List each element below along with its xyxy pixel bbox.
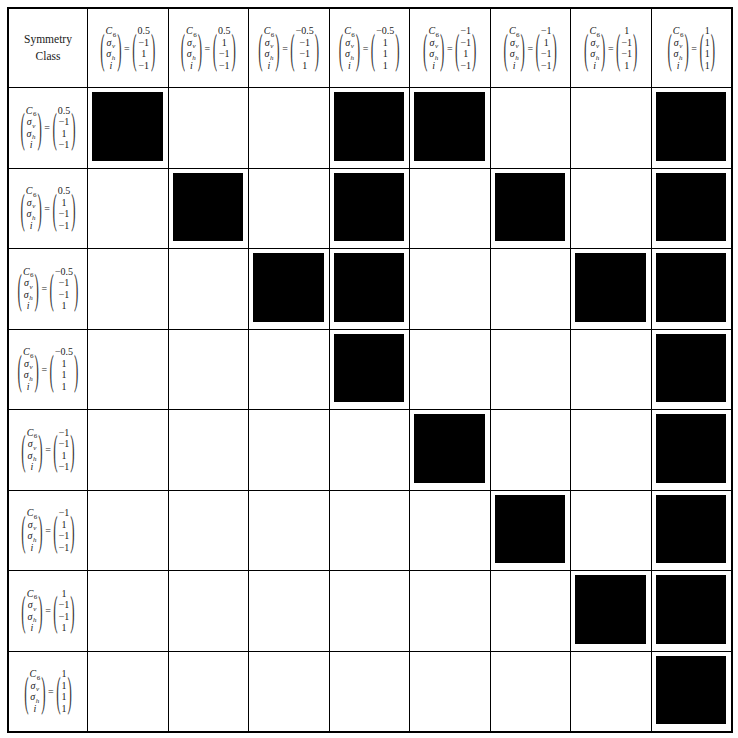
character-value: 1 [62, 128, 67, 140]
vector-equation: ( C6σvσhi ) = ( −0.5−1−11 ) [18, 266, 79, 312]
matrix-cell-r2-c2 [169, 169, 249, 249]
character-value: 1 [705, 37, 710, 49]
character-value: 1 [544, 37, 549, 49]
matrix-cell-r7-c7 [571, 571, 651, 651]
matrix-cell-r2-c8 [652, 169, 732, 249]
character-values-vector: −1−11−1 [59, 427, 70, 473]
equals-sign: = [41, 364, 47, 375]
operation-label: σh [265, 48, 274, 60]
close-paren-icon: ) [38, 590, 42, 632]
operation-label: σh [187, 48, 196, 60]
matrix-cell-r3-c2 [169, 249, 249, 329]
character-value: −1 [59, 599, 70, 611]
column-header-8: ( C6σvσhi ) = ( 1111 ) [652, 9, 732, 87]
close-paren-icon: ) [315, 27, 319, 69]
close-paren-icon: ) [71, 107, 75, 149]
corner-title-line2: Class [36, 48, 61, 65]
operation-label: σv [24, 358, 33, 370]
operation-label: σv [28, 599, 37, 611]
operation-label: C6 [26, 105, 37, 117]
close-paren-icon: ) [117, 27, 121, 69]
open-paren-icon: ( [21, 429, 25, 471]
open-paren-icon: ( [53, 509, 57, 551]
operation-label: σh [27, 208, 36, 220]
close-paren-icon: ) [440, 27, 444, 69]
open-paren-icon: ( [53, 429, 57, 471]
operation-label: C6 [23, 266, 34, 278]
operation-labels-vector: C6σvσhi [264, 25, 275, 71]
character-value: −1 [59, 530, 70, 542]
operation-labels-vector: C6σvσhi [186, 25, 197, 71]
operation-label: σh [27, 128, 36, 140]
matrix-cell-r1-c4 [330, 88, 410, 168]
operation-label: σh [674, 48, 683, 60]
operation-label: C6 [27, 588, 38, 600]
row-header-5: ( C6σvσhi ) = ( −1−11−1 ) [9, 410, 87, 490]
vector-equation: ( C6σvσhi ) = ( 1111 ) [667, 25, 715, 71]
matrix-cell-r8-c7 [571, 652, 651, 732]
character-value: 1 [705, 25, 710, 37]
operation-label: σv [429, 37, 438, 49]
operation-label-subscript: h [679, 54, 683, 62]
filled-black-square [656, 656, 727, 725]
matrix-cell-r7-c3 [249, 571, 329, 651]
close-paren-icon: ) [35, 268, 39, 310]
character-value: −0.5 [296, 25, 314, 37]
operation-label: i [30, 220, 33, 232]
matrix-cell-r4-c8 [652, 330, 732, 410]
row-header-1: ( C6σvσhi ) = ( 0.5−11−1 ) [9, 88, 87, 168]
equals-sign: = [124, 43, 130, 54]
matrix-cell-r6-c4 [330, 491, 410, 571]
character-value: −1 [59, 461, 70, 473]
close-paren-icon: ) [74, 348, 78, 390]
filled-black-square [173, 173, 244, 242]
operation-labels-vector: C6σvσhi [106, 25, 117, 71]
operation-label: i [432, 60, 435, 72]
character-value: −1 [59, 139, 70, 151]
operation-label: σh [28, 450, 37, 462]
equals-sign: = [691, 43, 697, 54]
matrix-cell-r5-c1 [88, 410, 168, 490]
column-header-2: ( C6σvσhi ) = ( 0.51−1−1 ) [169, 9, 249, 87]
operation-label: i [31, 622, 34, 634]
operation-label: σh [429, 48, 438, 60]
equals-sign: = [48, 686, 54, 697]
vector-equation: ( C6σvσhi ) = ( −0.5111 ) [18, 346, 79, 392]
matrix-cell-r2-c4 [330, 169, 410, 249]
character-value: 1 [222, 37, 227, 49]
row-header-2: ( C6σvσhi ) = ( 0.51−1−1 ) [9, 169, 87, 249]
matrix-cell-r4-c3 [249, 330, 329, 410]
matrix-cell-r6-c8 [652, 491, 732, 571]
operation-label-subscript: h [112, 54, 116, 62]
open-paren-icon: ( [667, 27, 671, 69]
matrix-cell-r3-c4 [330, 249, 410, 329]
open-paren-icon: ( [21, 509, 25, 551]
operation-label: σh [590, 48, 599, 60]
close-paren-icon: ) [275, 27, 279, 69]
operation-labels-vector: C6σvσhi [27, 427, 38, 473]
operation-label-subscript: h [596, 54, 600, 62]
close-paren-icon: ) [521, 27, 525, 69]
character-value: 1 [463, 48, 468, 60]
character-value: 1 [61, 450, 66, 462]
matrix-cell-r8-c4 [330, 652, 410, 732]
character-value: −1 [59, 208, 70, 220]
character-value: 1 [62, 703, 67, 715]
character-value: −1 [541, 48, 552, 60]
character-value: 1 [624, 60, 629, 72]
operation-label: C6 [673, 25, 684, 37]
character-value: −1 [299, 48, 310, 60]
row-header-3: ( C6σvσhi ) = ( −0.5−1−11 ) [9, 249, 87, 329]
character-value: 1 [61, 519, 66, 531]
operation-label: i [513, 60, 516, 72]
close-paren-icon: ) [71, 187, 75, 229]
character-value: 1 [383, 60, 388, 72]
operation-label-subscript: h [33, 616, 37, 624]
character-value: −1 [299, 37, 310, 49]
operation-labels-vector: C6σvσhi [428, 25, 439, 71]
matrix-cell-r6-c5 [410, 491, 490, 571]
matrix-cell-r5-c3 [249, 410, 329, 490]
row-header-4: ( C6σvσhi ) = ( −0.5111 ) [9, 330, 87, 410]
operation-labels-vector: C6σvσhi [23, 346, 34, 392]
operation-label: C6 [26, 185, 37, 197]
character-value: 1 [141, 48, 146, 60]
character-value: −1 [59, 611, 70, 623]
filled-black-square [92, 92, 163, 161]
close-paren-icon: ) [68, 670, 72, 712]
operation-label-subscript: h [36, 697, 40, 705]
filled-black-square [334, 334, 405, 403]
column-header-1: ( C6σvσhi ) = ( 0.5−11−1 ) [88, 9, 168, 87]
character-value: −1 [219, 60, 230, 72]
operation-labels-vector: C6σvσhi [673, 25, 684, 71]
character-value: 1 [61, 358, 66, 370]
open-paren-icon: ( [132, 27, 136, 69]
character-value: −1 [59, 277, 70, 289]
matrix-cell-r6-c2 [169, 491, 249, 571]
character-value: −0.5 [376, 25, 394, 37]
open-paren-icon: ( [18, 268, 22, 310]
column-header-3: ( C6σvσhi ) = ( −0.5−1−11 ) [249, 9, 329, 87]
matrix-cell-r3-c6 [491, 249, 571, 329]
operation-labels-vector: C6σvσhi [26, 185, 37, 231]
operation-label: σh [30, 691, 39, 703]
column-header-7: ( C6σvσhi ) = ( 1−1−11 ) [571, 9, 651, 87]
filled-black-square [656, 575, 727, 644]
filled-black-square [334, 173, 405, 242]
character-value: 1 [61, 588, 66, 600]
equals-sign: = [44, 122, 50, 133]
character-value: −1 [460, 25, 471, 37]
vector-equation: ( C6σvσhi ) = ( −0.5−1−11 ) [258, 25, 319, 71]
close-paren-icon: ) [74, 268, 78, 310]
matrix-cell-r3-c5 [410, 249, 490, 329]
close-paren-icon: ) [41, 670, 45, 712]
open-paren-icon: ( [20, 107, 24, 149]
vector-equation: ( C6σvσhi ) = ( −1−11−1 ) [423, 25, 476, 71]
character-value: −0.5 [55, 266, 73, 278]
corner-title-line1: Symmetry [24, 31, 72, 48]
operation-label-subscript: h [32, 214, 36, 222]
operation-label: σh [345, 48, 354, 60]
character-value: −1 [59, 427, 70, 439]
equals-sign: = [205, 43, 211, 54]
corner-header-cell: Symmetry Class [9, 9, 87, 87]
character-value: 1 [383, 48, 388, 60]
character-value: −1 [59, 289, 70, 301]
equals-sign: = [45, 605, 51, 616]
operation-labels-vector: C6σvσhi [27, 588, 38, 634]
open-paren-icon: ( [24, 670, 28, 712]
operation-label: σh [28, 530, 37, 542]
vector-equation: ( C6σvσhi ) = ( 0.51−1−1 ) [181, 25, 236, 71]
close-paren-icon: ) [711, 27, 715, 69]
column-header-6: ( C6σvσhi ) = ( −11−1−1 ) [491, 9, 571, 87]
open-paren-icon: ( [21, 590, 25, 632]
operation-label: i [27, 381, 30, 393]
open-paren-icon: ( [52, 187, 56, 229]
matrix-cell-r8-c1 [88, 652, 168, 732]
row-header-6: ( C6σvσhi ) = ( −11−1−1 ) [9, 491, 87, 571]
character-value: 1 [705, 48, 710, 60]
matrix-cell-r7-c4 [330, 571, 410, 651]
matrix-cell-r5-c7 [571, 410, 651, 490]
character-value: 1 [62, 680, 67, 692]
filled-black-square [656, 173, 727, 242]
close-paren-icon: ) [356, 27, 360, 69]
operation-label: i [348, 60, 351, 72]
close-paren-icon: ) [70, 590, 74, 632]
operation-label: C6 [23, 346, 34, 358]
character-value: 1 [302, 60, 307, 72]
vector-equation: ( C6σvσhi ) = ( 1−1−11 ) [21, 588, 74, 634]
open-paren-icon: ( [290, 27, 294, 69]
matrix-cell-r7-c1 [88, 571, 168, 651]
operation-labels-vector: C6σvσhi [30, 668, 41, 714]
close-paren-icon: ) [70, 429, 74, 471]
character-value: 1 [62, 691, 67, 703]
filled-black-square [253, 253, 324, 322]
character-values-vector: 1111 [62, 668, 67, 714]
matrix-cell-r1-c6 [491, 88, 571, 168]
equals-sign: = [41, 283, 47, 294]
character-value: 1 [705, 60, 710, 72]
operation-label: C6 [30, 668, 41, 680]
character-value: 0.5 [58, 105, 71, 117]
matrix-cell-r2-c7 [571, 169, 651, 249]
character-value: −1 [541, 25, 552, 37]
operation-label: i [593, 60, 596, 72]
matrix-cell-r3-c8 [652, 249, 732, 329]
vector-equation: ( C6σvσhi ) = ( −1−11−1 ) [21, 427, 74, 473]
equals-sign: = [447, 43, 453, 54]
matrix-cell-r7-c2 [169, 571, 249, 651]
equals-sign: = [45, 525, 51, 536]
open-paren-icon: ( [504, 27, 508, 69]
open-paren-icon: ( [53, 590, 57, 632]
character-values-vector: 1111 [705, 25, 710, 71]
close-paren-icon: ) [37, 107, 41, 149]
character-value: 1 [383, 37, 388, 49]
operation-label-subscript: h [33, 536, 37, 544]
character-value: −1 [621, 37, 632, 49]
filled-black-square [575, 575, 646, 644]
matrix-cell-r4-c5 [410, 330, 490, 410]
operation-label: C6 [428, 25, 439, 37]
character-value: 0.5 [58, 185, 71, 197]
character-values-vector: −1−11−1 [460, 25, 471, 71]
vector-equation: ( C6σvσhi ) = ( 0.5−11−1 ) [20, 105, 75, 151]
character-value: −1 [219, 48, 230, 60]
matrix-cell-r2-c6 [491, 169, 571, 249]
matrix-cell-r6-c3 [249, 491, 329, 571]
character-value: 1 [61, 381, 66, 393]
character-value: −1 [59, 438, 70, 450]
operation-label: σv [24, 277, 33, 289]
matrix-cell-r4-c2 [169, 330, 249, 410]
open-paren-icon: ( [536, 27, 540, 69]
matrix-cell-r7-c5 [410, 571, 490, 651]
character-value: −1 [59, 542, 70, 554]
operation-label: σv [28, 519, 37, 531]
operation-labels-vector: C6σvσhi [23, 266, 34, 312]
operation-label: i [31, 542, 34, 554]
character-value: −1 [138, 37, 149, 49]
operation-label: i [31, 461, 34, 473]
open-paren-icon: ( [699, 27, 703, 69]
open-paren-icon: ( [18, 348, 22, 390]
matrix-cell-r1-c5 [410, 88, 490, 168]
operation-label: σh [28, 611, 37, 623]
operation-label: σv [674, 37, 683, 49]
operation-label: C6 [589, 25, 600, 37]
character-value: 1 [62, 668, 67, 680]
filled-black-square [656, 495, 727, 564]
close-paren-icon: ) [35, 348, 39, 390]
column-header-4: ( C6σvσhi ) = ( −0.5111 ) [330, 9, 410, 87]
operation-label: C6 [27, 507, 38, 519]
operation-label: σh [24, 369, 33, 381]
matrix-cell-r4-c7 [571, 330, 651, 410]
operation-label: C6 [344, 25, 355, 37]
matrix-cell-r5-c8 [652, 410, 732, 490]
filled-black-square [575, 253, 646, 322]
filled-black-square [656, 334, 727, 403]
equals-sign: = [44, 203, 50, 214]
filled-black-square [656, 414, 727, 483]
matrix-cell-r3-c1 [88, 249, 168, 329]
character-value: −1 [59, 116, 70, 128]
filled-black-square [495, 173, 566, 242]
matrix-cell-r8-c2 [169, 652, 249, 732]
character-values-vector: 0.51−1−1 [58, 185, 71, 231]
row-header-7: ( C6σvσhi ) = ( 1−1−11 ) [9, 571, 87, 651]
filled-black-square [495, 495, 566, 564]
matrix-cell-r6-c6 [491, 491, 571, 571]
open-paren-icon: ( [56, 670, 60, 712]
open-paren-icon: ( [423, 27, 427, 69]
open-paren-icon: ( [371, 27, 375, 69]
character-values-vector: −11−1−1 [59, 507, 70, 553]
matrix-cell-r7-c6 [491, 571, 571, 651]
operation-label: C6 [509, 25, 520, 37]
column-header-5: ( C6σvσhi ) = ( −1−11−1 ) [410, 9, 490, 87]
matrix-cell-r5-c2 [169, 410, 249, 490]
matrix-cell-r1-c2 [169, 88, 249, 168]
equals-sign: = [608, 43, 614, 54]
close-paren-icon: ) [633, 27, 637, 69]
open-paren-icon: ( [616, 27, 620, 69]
character-value: 1 [61, 300, 66, 312]
character-value: −1 [59, 507, 70, 519]
operation-label: σv [187, 37, 196, 49]
matrix-cell-r8-c6 [491, 652, 571, 732]
operation-labels-vector: C6σvσhi [589, 25, 600, 71]
open-paren-icon: ( [50, 348, 54, 390]
close-paren-icon: ) [37, 187, 41, 229]
vector-equation: ( C6σvσhi ) = ( −11−1−1 ) [504, 25, 557, 71]
character-value: 0.5 [138, 25, 151, 37]
filled-black-square [414, 92, 485, 161]
character-value: 1 [61, 369, 66, 381]
character-value: 0.5 [218, 25, 231, 37]
filled-black-square [656, 253, 727, 322]
operation-label-subscript: h [270, 54, 274, 62]
operation-label: σv [27, 197, 36, 209]
vector-equation: ( C6σvσhi ) = ( 0.51−1−1 ) [20, 185, 75, 231]
close-paren-icon: ) [151, 27, 155, 69]
operation-labels-vector: C6σvσhi [27, 507, 38, 553]
operation-labels-vector: C6σvσhi [509, 25, 520, 71]
vector-equation: ( C6σvσhi ) = ( 1−1−11 ) [584, 25, 637, 71]
matrix-cell-r8-c8 [652, 652, 732, 732]
character-values-vector: 0.51−1−1 [218, 25, 231, 71]
operation-label: i [27, 300, 30, 312]
matrix-cell-r5-c5 [410, 410, 490, 490]
operation-label-subscript: h [33, 455, 37, 463]
equals-sign: = [45, 444, 51, 455]
open-paren-icon: ( [50, 268, 54, 310]
operation-label: C6 [264, 25, 275, 37]
operation-label: C6 [106, 25, 117, 37]
operation-label: σv [31, 680, 40, 692]
matrix-cell-r1-c1 [88, 88, 168, 168]
symmetry-class-table: Symmetry Class ( C6σvσhi ) = ( 0.5−11−1 … [7, 7, 733, 733]
character-value: −0.5 [55, 346, 73, 358]
operation-label: σv [590, 37, 599, 49]
close-paren-icon: ) [684, 27, 688, 69]
matrix-cell-r5-c6 [491, 410, 571, 490]
open-paren-icon: ( [455, 27, 459, 69]
close-paren-icon: ) [198, 27, 202, 69]
operation-label: σv [107, 37, 116, 49]
matrix-cell-r7-c8 [652, 571, 732, 651]
matrix-cell-r3-c3 [249, 249, 329, 329]
open-paren-icon: ( [258, 27, 262, 69]
operation-labels-vector: C6σvσhi [344, 25, 355, 71]
character-values-vector: −0.5111 [376, 25, 394, 71]
operation-labels-vector: C6σvσhi [26, 105, 37, 151]
matrix-cell-r1-c7 [571, 88, 651, 168]
operation-label: σh [510, 48, 519, 60]
equals-sign: = [282, 43, 288, 54]
close-paren-icon: ) [232, 27, 236, 69]
character-value: 1 [62, 197, 67, 209]
